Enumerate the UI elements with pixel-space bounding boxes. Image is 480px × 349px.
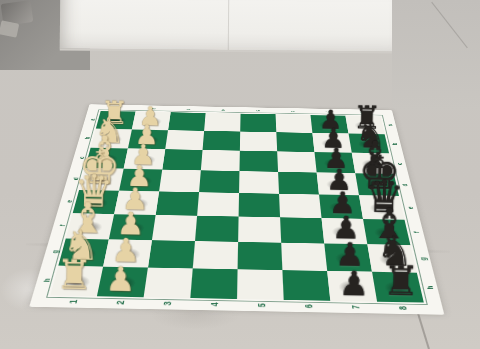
square-b6 <box>276 132 314 152</box>
square-c6 <box>277 151 317 172</box>
square-h7: ♟ <box>327 271 377 302</box>
coord-far-4: 4 <box>216 101 230 118</box>
square-h5 <box>237 269 284 300</box>
square-b5 <box>240 132 277 152</box>
vinyl-chessboard-sheet: ♜♟♟♜♞♟♟♞♝♟♟♝♚♟♟♚♛♟♟♛♝♟♟♝♞♟♟♞♜♟♟♜ 1234567… <box>29 104 444 314</box>
coord-right-b: b <box>375 140 413 148</box>
piece-white-pawn-h2: ♟ <box>105 263 136 297</box>
square-f4 <box>195 216 239 242</box>
coord-left-c: c <box>61 153 101 161</box>
square-h2: ♟ <box>97 267 148 297</box>
square-f6 <box>280 217 324 243</box>
square-h6 <box>282 270 330 301</box>
square-b3 <box>165 130 204 150</box>
square-g4 <box>193 241 238 269</box>
square-d3 <box>159 170 201 193</box>
piece-black-rook-h8: ♜ <box>382 261 419 303</box>
coord-far-2: 2 <box>146 100 162 117</box>
square-d4 <box>199 170 239 193</box>
square-e4 <box>197 192 239 216</box>
coord-far-3: 3 <box>181 101 196 118</box>
coord-left-b: b <box>67 134 106 142</box>
coord-far-7: 7 <box>320 103 335 120</box>
square-c5 <box>239 151 278 172</box>
square-h3 <box>144 268 193 299</box>
square-e6 <box>279 194 322 218</box>
square-d5 <box>239 171 279 194</box>
square-g6 <box>281 243 327 271</box>
square-f5 <box>238 217 281 243</box>
square-g3 <box>148 240 195 268</box>
board-scene: ♜♟♟♜♞♟♟♞♝♟♟♝♚♟♟♚♛♟♟♛♝♟♟♝♞♟♟♞♜♟♟♜ 1234567… <box>16 14 465 272</box>
square-f3 <box>152 215 197 241</box>
coord-left-a: a <box>73 116 110 123</box>
square-e5 <box>239 193 280 217</box>
square-b4 <box>203 131 241 151</box>
coord-far-5: 5 <box>251 102 264 119</box>
square-h4 <box>190 268 237 299</box>
coord-right-a: a <box>371 122 408 129</box>
piece-white-rook-h1: ♜ <box>55 255 92 297</box>
square-c3 <box>162 149 202 170</box>
coord-right-c: c <box>379 160 419 168</box>
square-g5 <box>238 242 283 270</box>
square-h1: ♜ <box>50 266 103 296</box>
square-e3 <box>156 191 199 215</box>
square-h8: ♜ <box>372 272 424 303</box>
coord-far-6: 6 <box>286 103 300 120</box>
chessboard-grid: ♜♟♟♜♞♟♟♞♝♟♟♝♚♟♟♚♛♟♟♛♝♟♟♝♞♟♟♞♜♟♟♜ <box>50 111 424 303</box>
coordinate-labels: 1234567812345678abcdefghabcdefgh <box>89 104 391 110</box>
piece-black-pawn-h7: ♟ <box>339 267 370 301</box>
square-c4 <box>201 150 240 171</box>
square-d6 <box>278 172 319 195</box>
